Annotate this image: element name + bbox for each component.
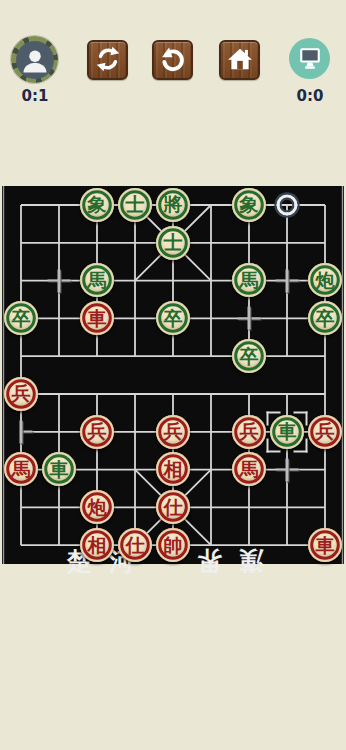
red-chariot[interactable]: 車 [308,528,342,562]
home-button[interactable] [219,40,260,80]
piece-character: 兵 [12,384,31,403]
piece-character: 炮 [88,498,107,517]
red-horse[interactable]: 馬 [4,452,38,486]
black-general[interactable]: 將 [156,188,190,222]
selected-piece-bracket [267,411,308,452]
player-score: 0:1 [12,87,58,105]
piece-character: 相 [88,536,107,555]
piece-character: 仕 [126,536,145,555]
red-soldier[interactable]: 兵 [4,377,38,411]
piece-character: 象 [88,195,107,214]
black-soldier[interactable]: 卒 [156,301,190,335]
black-elephant[interactable]: 象 [232,188,266,222]
black-horse[interactable]: 馬 [80,263,114,297]
piece-character: 馬 [88,271,107,290]
piece-character: 車 [316,536,335,555]
piece-character: 車 [50,460,69,479]
black-advisor[interactable]: 士 [118,188,152,222]
swap-sides-button[interactable] [87,40,128,80]
red-elephant[interactable]: 相 [80,528,114,562]
person-icon [16,41,54,79]
red-general[interactable]: 帥 [156,528,190,562]
cpu-opponent-badge[interactable] [289,38,330,79]
piece-character: 炮 [316,271,335,290]
piece-character: 卒 [12,309,31,328]
piece-character: 士 [164,233,183,252]
piece-character: 馬 [12,460,31,479]
black-chariot[interactable]: 車 [42,452,76,486]
piece-character: 象 [240,195,259,214]
board-piece-grid: 象士將象士馬馬炮卒車卒卒卒兵兵兵兵車兵馬車相馬炮仕相仕帥車 [2,186,344,564]
red-advisor[interactable]: 仕 [156,490,190,524]
piece-character: 馬 [240,271,259,290]
xiangqi-app-screen: 0:1 [0,0,346,750]
xiangqi-board[interactable]: 楚河 漢界 象士將象士馬馬炮卒車卒卒卒兵兵兵兵車兵馬車相馬炮仕相仕帥車 [2,186,344,564]
piece-character: 馬 [240,460,259,479]
black-cannon[interactable]: 炮 [308,263,342,297]
player-avatar[interactable] [11,36,58,83]
black-horse[interactable]: 馬 [232,263,266,297]
piece-character: 兵 [164,422,183,441]
undo-button[interactable] [152,40,193,80]
piece-character: 士 [126,195,145,214]
undo-icon [159,45,187,76]
piece-character: 車 [88,309,107,328]
piece-character: 卒 [316,309,335,328]
piece-character: 帥 [164,536,183,555]
red-soldier[interactable]: 兵 [232,415,266,449]
piece-character: 兵 [316,422,335,441]
black-soldier[interactable]: 卒 [232,339,266,373]
red-horse[interactable]: 馬 [232,452,266,486]
black-soldier[interactable]: 卒 [4,301,38,335]
red-soldier[interactable]: 兵 [156,415,190,449]
red-cannon[interactable]: 炮 [80,490,114,524]
red-soldier[interactable]: 兵 [80,415,114,449]
piece-character: 仕 [164,498,183,517]
black-elephant[interactable]: 象 [80,188,114,222]
red-advisor[interactable]: 仕 [118,528,152,562]
red-soldier[interactable]: 兵 [308,415,342,449]
black-soldier[interactable]: 卒 [308,301,342,335]
cpu-score: 0:0 [287,87,333,105]
piece-character: 卒 [164,309,183,328]
swap-icon [94,45,122,76]
black-advisor[interactable]: 士 [156,226,190,260]
red-elephant[interactable]: 相 [156,452,190,486]
piece-character: 兵 [240,422,259,441]
piece-character: 兵 [88,422,107,441]
piece-character: 卒 [240,347,259,366]
home-icon [226,45,254,76]
computer-monitor-icon [296,43,324,75]
last-move-origin-marker [277,195,298,216]
piece-character: 將 [164,195,183,214]
piece-character: 相 [164,460,183,479]
red-chariot[interactable]: 車 [80,301,114,335]
